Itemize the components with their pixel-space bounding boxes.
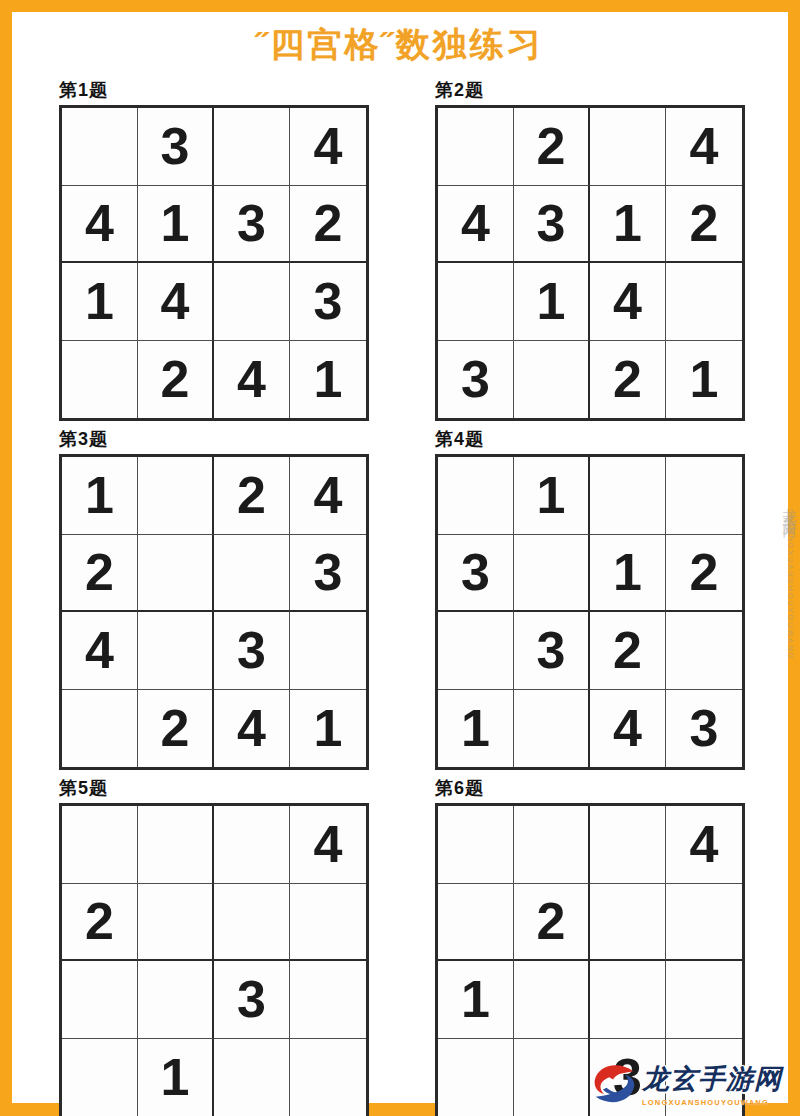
- puzzle-6-cell-r1c4: 4: [666, 806, 742, 884]
- puzzle-6-cell-r2c1[interactable]: [438, 884, 514, 962]
- puzzle-4-cell-r4c3: 4: [590, 690, 666, 768]
- puzzle-6-cell-r4c1[interactable]: [438, 1039, 514, 1116]
- puzzle-5-cell-r4c3[interactable]: [214, 1039, 290, 1116]
- puzzle-4-cell-r2c2[interactable]: [514, 535, 590, 613]
- puzzle-3-cell-r3c4[interactable]: [290, 612, 366, 690]
- puzzle-3-cell-r2c2[interactable]: [138, 535, 214, 613]
- puzzle-1-cell-r1c2: 3: [138, 108, 214, 186]
- puzzle-5-cell-r2c2[interactable]: [138, 884, 214, 962]
- puzzle-5-cell-r3c1[interactable]: [62, 961, 138, 1039]
- puzzle-6-cell-r1c2[interactable]: [514, 806, 590, 884]
- puzzle-5-cell-r2c4[interactable]: [290, 884, 366, 962]
- puzzle-5-label: 第5题: [59, 776, 369, 800]
- puzzle-5-cell-r2c1: 2: [62, 884, 138, 962]
- puzzle-2-cell-r3c4[interactable]: [666, 263, 742, 341]
- puzzle-6-cell-r4c2[interactable]: [514, 1039, 590, 1116]
- puzzle-5-board: 4231: [59, 803, 369, 1116]
- puzzle-4-cell-r3c4[interactable]: [666, 612, 742, 690]
- puzzle-3-cell-r1c3: 2: [214, 457, 290, 535]
- side-watermark-cn: 龙玄手游网: [782, 497, 798, 517]
- puzzle-4-cell-r4c1: 1: [438, 690, 514, 768]
- puzzle-5-cell-r4c4[interactable]: [290, 1039, 366, 1116]
- puzzle-6-label: 第6题: [435, 776, 745, 800]
- puzzle-4-cell-r1c4[interactable]: [666, 457, 742, 535]
- puzzle-6-cell-r3c4[interactable]: [666, 961, 742, 1039]
- puzzle-1-cell-r3c3[interactable]: [214, 263, 290, 341]
- puzzles-container: 第1题 344132143241 第2题 24431214321 第3题 124…: [12, 78, 788, 1116]
- site-name: 龙玄手游网: [642, 1061, 782, 1097]
- puzzle-1-board: 344132143241: [59, 105, 369, 421]
- page-title: ˝四宫格˝数独练习: [12, 22, 788, 68]
- puzzle-4-cell-r4c2[interactable]: [514, 690, 590, 768]
- puzzle-3-cell-r4c2: 2: [138, 690, 214, 768]
- puzzle-4-cell-r4c4: 3: [666, 690, 742, 768]
- puzzle-2: 第2题 24431214321: [435, 78, 745, 421]
- site-name-latin: LONGXUANSHOUYOUWANG: [642, 1098, 769, 1107]
- puzzle-4-board: 131232143: [435, 454, 745, 770]
- puzzle-4-label: 第4题: [435, 427, 745, 451]
- puzzle-3-cell-r2c4: 3: [290, 535, 366, 613]
- puzzle-4-cell-r2c4: 2: [666, 535, 742, 613]
- puzzle-5-cell-r3c4[interactable]: [290, 961, 366, 1039]
- side-watermark-latin: LONGXUANSHOUYOUWANG: [786, 521, 795, 659]
- puzzle-5-cell-r3c2[interactable]: [138, 961, 214, 1039]
- puzzle-5-cell-r1c3[interactable]: [214, 806, 290, 884]
- puzzle-5-cell-r3c3: 3: [214, 961, 290, 1039]
- puzzle-6-cell-r2c4[interactable]: [666, 884, 742, 962]
- puzzle-3-cell-r3c3: 3: [214, 612, 290, 690]
- puzzle-2-cell-r4c3: 2: [590, 341, 666, 419]
- puzzle-4-cell-r2c3: 1: [590, 535, 666, 613]
- puzzle-2-cell-r2c4: 2: [666, 186, 742, 264]
- site-logo-icon: [590, 1062, 638, 1106]
- puzzle-2-cell-r2c1: 4: [438, 186, 514, 264]
- puzzle-3-cell-r4c1[interactable]: [62, 690, 138, 768]
- puzzle-6-cell-r2c3[interactable]: [590, 884, 666, 962]
- puzzle-1-cell-r2c3: 3: [214, 186, 290, 264]
- puzzle-3-cell-r1c4: 4: [290, 457, 366, 535]
- puzzle-3-cell-r4c3: 4: [214, 690, 290, 768]
- puzzle-2-cell-r1c2: 2: [514, 108, 590, 186]
- puzzle-6-cell-r1c3[interactable]: [590, 806, 666, 884]
- puzzle-1-cell-r2c2: 1: [138, 186, 214, 264]
- puzzle-5-cell-r4c1[interactable]: [62, 1039, 138, 1116]
- puzzle-2-cell-r2c3: 1: [590, 186, 666, 264]
- puzzle-3-cell-r3c1: 4: [62, 612, 138, 690]
- puzzle-4-cell-r3c1[interactable]: [438, 612, 514, 690]
- puzzle-2-cell-r1c1[interactable]: [438, 108, 514, 186]
- puzzle-5-cell-r1c2[interactable]: [138, 806, 214, 884]
- puzzle-1: 第1题 344132143241: [59, 78, 369, 421]
- puzzle-3-board: 1242343241: [59, 454, 369, 770]
- puzzle-3-cell-r3c2[interactable]: [138, 612, 214, 690]
- puzzle-3-label: 第3题: [59, 427, 369, 451]
- puzzle-2-cell-r1c3[interactable]: [590, 108, 666, 186]
- puzzle-1-cell-r4c2: 2: [138, 341, 214, 419]
- side-watermark: 龙玄手游网 LONGXUANSHOUYOUWANG: [783, 497, 797, 660]
- puzzle-4-cell-r1c1[interactable]: [438, 457, 514, 535]
- puzzle-5-cell-r2c3[interactable]: [214, 884, 290, 962]
- puzzle-4: 第4题 131232143: [435, 427, 745, 770]
- puzzle-3-cell-r2c1: 2: [62, 535, 138, 613]
- puzzle-1-cell-r2c4: 2: [290, 186, 366, 264]
- puzzle-4-cell-r1c2: 1: [514, 457, 590, 535]
- puzzle-3-cell-r1c2[interactable]: [138, 457, 214, 535]
- puzzle-5-cell-r1c1[interactable]: [62, 806, 138, 884]
- puzzle-1-cell-r1c4: 4: [290, 108, 366, 186]
- puzzle-6-cell-r3c3[interactable]: [590, 961, 666, 1039]
- puzzle-2-label: 第2题: [435, 78, 745, 102]
- puzzle-1-cell-r1c3[interactable]: [214, 108, 290, 186]
- puzzle-3-cell-r1c1: 1: [62, 457, 138, 535]
- puzzle-5-cell-r1c4: 4: [290, 806, 366, 884]
- puzzle-1-cell-r4c3: 4: [214, 341, 290, 419]
- puzzle-2-cell-r4c1: 3: [438, 341, 514, 419]
- puzzle-3-cell-r4c4: 1: [290, 690, 366, 768]
- puzzle-1-cell-r3c4: 3: [290, 263, 366, 341]
- puzzle-2-cell-r2c2: 3: [514, 186, 590, 264]
- puzzle-2-board: 24431214321: [435, 105, 745, 421]
- puzzle-4-cell-r1c3[interactable]: [590, 457, 666, 535]
- puzzle-2-cell-r3c1[interactable]: [438, 263, 514, 341]
- puzzle-2-cell-r4c2[interactable]: [514, 341, 590, 419]
- puzzle-6-cell-r1c1[interactable]: [438, 806, 514, 884]
- puzzle-3-cell-r2c3[interactable]: [214, 535, 290, 613]
- puzzle-3: 第3题 1242343241: [59, 427, 369, 770]
- puzzle-2-cell-r4c4: 1: [666, 341, 742, 419]
- puzzle-6-cell-r3c1: 1: [438, 961, 514, 1039]
- puzzle-1-label: 第1题: [59, 78, 369, 102]
- puzzle-4-cell-r2c1: 3: [438, 535, 514, 613]
- puzzle-1-cell-r2c1: 4: [62, 186, 138, 264]
- puzzle-2-cell-r3c3: 4: [590, 263, 666, 341]
- puzzle-6-cell-r3c2[interactable]: [514, 961, 590, 1039]
- puzzle-6-cell-r2c2: 2: [514, 884, 590, 962]
- puzzle-5: 第5题 4231: [59, 776, 369, 1116]
- puzzle-2-cell-r1c4: 4: [666, 108, 742, 186]
- puzzle-5-cell-r4c2: 1: [138, 1039, 214, 1116]
- puzzle-4-cell-r3c3: 2: [590, 612, 666, 690]
- puzzle-1-cell-r4c4: 1: [290, 341, 366, 419]
- site-logo-text: 龙玄手游网 LONGXUANSHOUYOUWANG: [642, 1061, 782, 1107]
- worksheet-page: ˝四宫格˝数独练习 第1题 344132143241 第2题 244312143…: [0, 0, 800, 1116]
- puzzle-1-cell-r4c1[interactable]: [62, 341, 138, 419]
- puzzle-2-cell-r3c2: 1: [514, 263, 590, 341]
- puzzle-1-cell-r1c1[interactable]: [62, 108, 138, 186]
- site-logo: 龙玄手游网 LONGXUANSHOUYOUWANG: [590, 1061, 782, 1107]
- puzzle-1-cell-r3c2: 4: [138, 263, 214, 341]
- puzzle-1-cell-r3c1: 1: [62, 263, 138, 341]
- puzzle-4-cell-r3c2: 3: [514, 612, 590, 690]
